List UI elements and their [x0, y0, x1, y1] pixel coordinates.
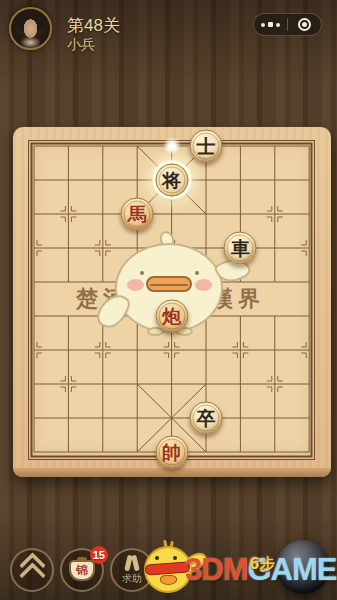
last-move-marker: ✦ [163, 137, 181, 155]
help-label: 求助 [122, 572, 142, 586]
exit-capsule-icon [298, 18, 311, 31]
gift-bag-button[interactable]: 锦 15 [60, 548, 104, 592]
level-title: 第48关 [67, 14, 120, 37]
exit-button[interactable] [288, 14, 321, 35]
praying-hands-icon [122, 555, 142, 571]
piece-black-advisor[interactable]: 士 [190, 130, 223, 163]
more-icon [261, 22, 280, 27]
steps-counter: 6步 [249, 555, 274, 574]
gift-bag-icon: 锦 [69, 560, 95, 581]
piece-red-general[interactable]: 帥 [155, 436, 188, 469]
collapse-button[interactable] [10, 548, 54, 592]
app-screen: { "game": "xiangqi", "header": { "level"… [0, 0, 337, 600]
chevron-up-icon [23, 556, 42, 585]
difficulty-label: 小兵 [67, 36, 95, 54]
player-avatar[interactable] [9, 7, 52, 50]
piece-red-horse[interactable]: 馬 [121, 198, 154, 231]
miniprogram-capsule [253, 13, 322, 36]
piece-black-chariot[interactable]: 車 [224, 232, 257, 265]
piece-red-cannon[interactable]: 炮 [155, 300, 188, 333]
piece-black-general[interactable]: 将 [155, 164, 188, 197]
piece-black-soldier[interactable]: 卒 [190, 402, 223, 435]
more-button[interactable] [254, 14, 287, 35]
bag-count-badge: 15 [90, 546, 108, 564]
